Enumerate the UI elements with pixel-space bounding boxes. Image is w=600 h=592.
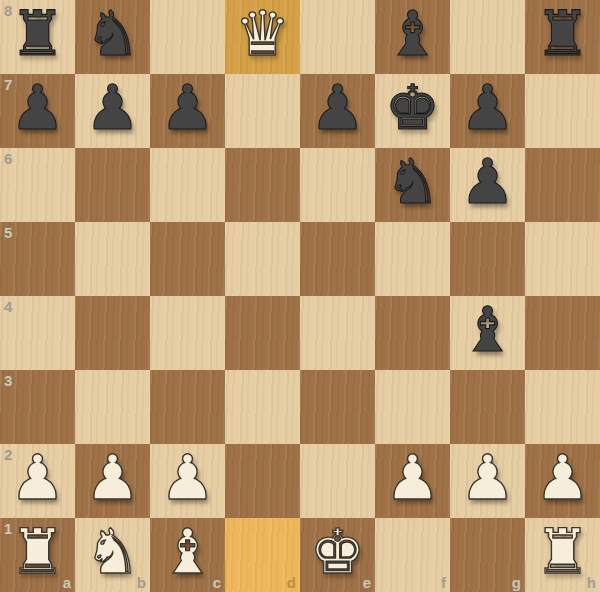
piece-black-rook-h8[interactable]: ♜ (535, 0, 591, 71)
square-c5[interactable] (150, 222, 225, 296)
square-d4[interactable] (225, 296, 300, 370)
square-b5[interactable] (75, 222, 150, 296)
square-e6[interactable] (300, 148, 375, 222)
square-e4[interactable] (300, 296, 375, 370)
square-d3[interactable] (225, 370, 300, 444)
square-c4[interactable] (150, 296, 225, 370)
square-f7[interactable]: ♚ (375, 74, 450, 148)
square-d7[interactable] (225, 74, 300, 148)
piece-white-king-e1[interactable]: ♚ (310, 515, 366, 589)
piece-black-bishop-g4[interactable]: ♝ (460, 293, 516, 367)
square-e2[interactable] (300, 444, 375, 518)
square-d1[interactable]: d (225, 518, 300, 592)
square-e3[interactable] (300, 370, 375, 444)
piece-black-pawn-g7[interactable]: ♟ (460, 71, 516, 145)
square-b7[interactable]: ♟ (75, 74, 150, 148)
piece-white-rook-h1[interactable]: ♜ (535, 515, 591, 589)
square-g3[interactable] (450, 370, 525, 444)
square-d8[interactable]: ♛ (225, 0, 300, 74)
piece-black-rook-a8[interactable]: ♜ (10, 0, 66, 71)
file-label-f: f (441, 574, 446, 591)
square-f4[interactable] (375, 296, 450, 370)
square-h2[interactable]: ♟ (525, 444, 600, 518)
piece-white-knight-b1[interactable]: ♞ (85, 515, 141, 589)
piece-black-knight-f6[interactable]: ♞ (385, 145, 441, 219)
square-b3[interactable] (75, 370, 150, 444)
square-b2[interactable]: ♟ (75, 444, 150, 518)
square-g7[interactable]: ♟ (450, 74, 525, 148)
square-f1[interactable]: f (375, 518, 450, 592)
square-a5[interactable]: 5 (0, 222, 75, 296)
square-d5[interactable] (225, 222, 300, 296)
square-a2[interactable]: 2♟ (0, 444, 75, 518)
piece-black-knight-b8[interactable]: ♞ (85, 0, 141, 71)
piece-white-pawn-c2[interactable]: ♟ (160, 441, 216, 515)
square-h8[interactable]: ♜ (525, 0, 600, 74)
square-g5[interactable] (450, 222, 525, 296)
piece-white-queen-d8[interactable]: ♛ (235, 0, 291, 71)
square-f5[interactable] (375, 222, 450, 296)
square-d6[interactable] (225, 148, 300, 222)
square-g6[interactable]: ♟ (450, 148, 525, 222)
square-g1[interactable]: g (450, 518, 525, 592)
square-e7[interactable]: ♟ (300, 74, 375, 148)
square-c6[interactable] (150, 148, 225, 222)
square-a8[interactable]: 8♜ (0, 0, 75, 74)
square-h1[interactable]: h♜ (525, 518, 600, 592)
square-g8[interactable] (450, 0, 525, 74)
square-e1[interactable]: e♚ (300, 518, 375, 592)
piece-white-pawn-a2[interactable]: ♟ (10, 441, 66, 515)
file-label-d: d (287, 574, 296, 591)
square-c7[interactable]: ♟ (150, 74, 225, 148)
rank-label-6: 6 (4, 150, 12, 167)
piece-white-pawn-f2[interactable]: ♟ (385, 441, 441, 515)
piece-white-pawn-g2[interactable]: ♟ (460, 441, 516, 515)
square-g2[interactable]: ♟ (450, 444, 525, 518)
piece-white-rook-a1[interactable]: ♜ (10, 515, 66, 589)
chess-board: 8♜♞♛♝♜7♟♟♟♟♚♟6♞♟54♝32♟♟♟♟♟♟1a♜b♞c♝de♚fgh… (0, 0, 600, 592)
square-a3[interactable]: 3 (0, 370, 75, 444)
piece-black-king-f7[interactable]: ♚ (385, 71, 441, 145)
square-a1[interactable]: 1a♜ (0, 518, 75, 592)
rank-label-4: 4 (4, 298, 12, 315)
piece-black-pawn-b7[interactable]: ♟ (85, 71, 141, 145)
square-a6[interactable]: 6 (0, 148, 75, 222)
square-c2[interactable]: ♟ (150, 444, 225, 518)
square-h7[interactable] (525, 74, 600, 148)
square-h4[interactable] (525, 296, 600, 370)
piece-white-pawn-b2[interactable]: ♟ (85, 441, 141, 515)
piece-black-pawn-g6[interactable]: ♟ (460, 145, 516, 219)
square-c1[interactable]: c♝ (150, 518, 225, 592)
square-a4[interactable]: 4 (0, 296, 75, 370)
square-c8[interactable] (150, 0, 225, 74)
square-f6[interactable]: ♞ (375, 148, 450, 222)
square-b6[interactable] (75, 148, 150, 222)
rank-label-3: 3 (4, 372, 12, 389)
square-a7[interactable]: 7♟ (0, 74, 75, 148)
piece-black-pawn-a7[interactable]: ♟ (10, 71, 66, 145)
square-f2[interactable]: ♟ (375, 444, 450, 518)
piece-white-pawn-h2[interactable]: ♟ (535, 441, 591, 515)
piece-black-pawn-e7[interactable]: ♟ (310, 71, 366, 145)
square-h6[interactable] (525, 148, 600, 222)
square-g4[interactable]: ♝ (450, 296, 525, 370)
piece-black-pawn-c7[interactable]: ♟ (160, 71, 216, 145)
square-b8[interactable]: ♞ (75, 0, 150, 74)
square-e5[interactable] (300, 222, 375, 296)
square-f3[interactable] (375, 370, 450, 444)
square-d2[interactable] (225, 444, 300, 518)
file-label-g: g (512, 574, 521, 591)
piece-white-bishop-c1[interactable]: ♝ (160, 515, 216, 589)
piece-black-bishop-f8[interactable]: ♝ (385, 0, 441, 71)
square-f8[interactable]: ♝ (375, 0, 450, 74)
square-h3[interactable] (525, 370, 600, 444)
square-e8[interactable] (300, 0, 375, 74)
square-c3[interactable] (150, 370, 225, 444)
rank-label-5: 5 (4, 224, 12, 241)
square-h5[interactable] (525, 222, 600, 296)
square-b1[interactable]: b♞ (75, 518, 150, 592)
square-b4[interactable] (75, 296, 150, 370)
